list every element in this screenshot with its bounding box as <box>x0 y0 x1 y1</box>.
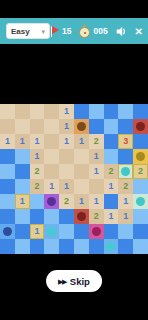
ball-gold-icon <box>136 152 145 161</box>
cell-r1c6[interactable] <box>89 119 104 134</box>
cell-r1c0[interactable] <box>0 119 15 134</box>
cell-r7c5[interactable] <box>74 209 89 224</box>
ball-cyanblue-icon <box>47 227 56 236</box>
cell-r6c1[interactable]: 1 <box>15 194 30 209</box>
timer-counter: 005 <box>71 25 107 37</box>
cell-r8c0[interactable] <box>0 224 15 239</box>
cell-r2c4[interactable]: 1 <box>59 134 74 149</box>
stopwatch-icon <box>79 25 90 37</box>
cell-r4c8[interactable] <box>118 164 133 179</box>
cell-r6c9[interactable] <box>133 194 148 209</box>
cell-r2c7[interactable] <box>104 134 119 149</box>
number-1: 1 <box>94 167 99 176</box>
cell-r5c8[interactable]: 2 <box>118 179 133 194</box>
cell-r2c1[interactable]: 1 <box>15 134 30 149</box>
cell-r4c2[interactable]: 2 <box>30 164 45 179</box>
cell-r9c7[interactable] <box>104 239 119 254</box>
cell-r2c5[interactable]: 1 <box>74 134 89 149</box>
cell-r3c4[interactable] <box>59 149 74 164</box>
ball-navy-icon <box>3 227 12 236</box>
cell-r6c2[interactable] <box>30 194 45 209</box>
cell-r1c4[interactable]: 1 <box>59 119 74 134</box>
cell-r1c3[interactable] <box>44 119 59 134</box>
cell-r0c4[interactable]: 1 <box>59 104 74 119</box>
cell-r7c8[interactable]: 1 <box>118 209 133 224</box>
cell-r7c2[interactable] <box>30 209 45 224</box>
cell-r4c3[interactable] <box>44 164 59 179</box>
cell-r3c1[interactable] <box>15 149 30 164</box>
cell-r6c4[interactable]: 2 <box>59 194 74 209</box>
cell-r3c9[interactable] <box>133 149 148 164</box>
skip-button[interactable]: ▶▶ Skip <box>46 270 102 292</box>
cell-r4c5[interactable] <box>74 164 89 179</box>
cell-r5c1[interactable] <box>15 179 30 194</box>
number-2: 2 <box>94 212 99 221</box>
number-1: 1 <box>64 107 69 116</box>
cell-r9c4[interactable] <box>59 239 74 254</box>
cell-r0c7[interactable] <box>104 104 119 119</box>
cell-r1c5[interactable] <box>74 119 89 134</box>
number-1: 1 <box>64 122 69 131</box>
cell-r3c6[interactable]: 1 <box>89 149 104 164</box>
number-1: 1 <box>49 182 54 191</box>
ball-mint-icon <box>136 197 145 206</box>
cell-r6c0[interactable] <box>0 194 15 209</box>
cell-r9c5[interactable] <box>74 239 89 254</box>
cell-r7c9[interactable] <box>133 209 148 224</box>
chevron-down-icon: ▾ <box>41 28 45 35</box>
cell-r1c2[interactable] <box>30 119 45 134</box>
number-1: 1 <box>108 212 113 221</box>
cell-r3c7[interactable] <box>104 149 119 164</box>
cell-r5c4[interactable]: 1 <box>59 179 74 194</box>
difficulty-dropdown[interactable]: Easy ▾ <box>6 23 50 39</box>
cell-r1c9[interactable] <box>133 119 148 134</box>
number-1: 1 <box>94 197 99 206</box>
cell-r3c3[interactable] <box>44 149 59 164</box>
cell-r0c8[interactable] <box>118 104 133 119</box>
number-3: 3 <box>123 137 128 146</box>
number-1: 1 <box>123 197 128 206</box>
ball-magenta-icon <box>92 227 101 236</box>
cell-r9c6[interactable] <box>89 239 104 254</box>
cell-r9c9[interactable] <box>133 239 148 254</box>
cell-r1c7[interactable] <box>104 119 119 134</box>
cell-r0c5[interactable] <box>74 104 89 119</box>
cell-r6c3[interactable] <box>44 194 59 209</box>
number-2: 2 <box>138 167 143 176</box>
number-1: 1 <box>79 137 84 146</box>
cell-r5c9[interactable] <box>133 179 148 194</box>
cell-r9c0[interactable] <box>0 239 15 254</box>
cell-r2c2[interactable]: 1 <box>30 134 45 149</box>
flags-remaining: 15 <box>62 26 71 36</box>
cell-r8c1[interactable] <box>15 224 30 239</box>
number-1: 1 <box>123 212 128 221</box>
cell-r8c2[interactable]: 1 <box>30 224 45 239</box>
cell-r4c4[interactable] <box>59 164 74 179</box>
number-2: 2 <box>34 167 39 176</box>
cell-r8c8[interactable] <box>118 224 133 239</box>
cell-r0c6[interactable] <box>89 104 104 119</box>
ball-mint-icon <box>121 167 130 176</box>
close-icon[interactable]: ✕ <box>135 26 143 37</box>
cell-r4c0[interactable] <box>0 164 15 179</box>
flag-counter: 15 <box>50 26 71 37</box>
cell-r3c8[interactable] <box>118 149 133 164</box>
number-2: 2 <box>123 182 128 191</box>
sound-icon[interactable] <box>116 26 127 37</box>
cell-r4c6[interactable]: 1 <box>89 164 104 179</box>
cell-r5c7[interactable]: 1 <box>104 179 119 194</box>
cell-r6c8[interactable]: 1 <box>118 194 133 209</box>
cell-r1c8[interactable] <box>118 119 133 134</box>
ball-red-icon <box>77 212 86 221</box>
cell-r2c8[interactable]: 3 <box>118 134 133 149</box>
number-1: 1 <box>79 197 84 206</box>
cell-r0c9[interactable] <box>133 104 148 119</box>
number-1: 1 <box>34 152 39 161</box>
number-1: 1 <box>64 182 69 191</box>
ball-red-icon <box>136 122 145 131</box>
ball-cyanblue-icon <box>106 242 115 251</box>
number-1: 1 <box>5 137 10 146</box>
cell-r4c9[interactable]: 2 <box>133 164 148 179</box>
cell-r6c7[interactable] <box>104 194 119 209</box>
minesweeper-board: 11111112311212221112121112111 <box>0 104 148 254</box>
number-2: 2 <box>64 197 69 206</box>
cell-r8c9[interactable] <box>133 224 148 239</box>
number-1: 1 <box>94 152 99 161</box>
cell-r3c2[interactable]: 1 <box>30 149 45 164</box>
cell-r8c7[interactable] <box>104 224 119 239</box>
cell-r8c4[interactable] <box>59 224 74 239</box>
cell-r0c2[interactable] <box>30 104 45 119</box>
cell-r9c3[interactable] <box>44 239 59 254</box>
cell-r0c1[interactable] <box>15 104 30 119</box>
number-1: 1 <box>34 227 39 236</box>
ball-brown-icon <box>77 122 86 131</box>
cell-r5c2[interactable]: 2 <box>30 179 45 194</box>
cell-r5c5[interactable] <box>74 179 89 194</box>
cell-r4c7[interactable]: 2 <box>104 164 119 179</box>
cell-r3c5[interactable] <box>74 149 89 164</box>
number-2: 2 <box>34 182 39 191</box>
game-screen: Easy ▾ 15 005 ✕ 111111123112122211121211… <box>0 0 148 320</box>
cell-r1c1[interactable] <box>15 119 30 134</box>
cell-r9c2[interactable] <box>30 239 45 254</box>
number-1: 1 <box>64 137 69 146</box>
number-1: 1 <box>34 137 39 146</box>
fast-forward-icon: ▶▶ <box>58 278 66 285</box>
number-2: 2 <box>108 167 113 176</box>
cell-r7c0[interactable] <box>0 209 15 224</box>
cell-r2c9[interactable] <box>133 134 148 149</box>
number-1: 1 <box>20 137 25 146</box>
cell-r6c6[interactable]: 1 <box>89 194 104 209</box>
cell-r5c6[interactable] <box>89 179 104 194</box>
cell-r2c3[interactable] <box>44 134 59 149</box>
cell-r7c1[interactable] <box>15 209 30 224</box>
cell-r5c0[interactable] <box>0 179 15 194</box>
cell-r8c6[interactable] <box>89 224 104 239</box>
cell-r2c0[interactable]: 1 <box>0 134 15 149</box>
cell-r0c0[interactable] <box>0 104 15 119</box>
cell-r2c6[interactable]: 2 <box>89 134 104 149</box>
number-1: 1 <box>108 182 113 191</box>
cell-r5c3[interactable]: 1 <box>44 179 59 194</box>
cell-r7c6[interactable]: 2 <box>89 209 104 224</box>
timer-value: 005 <box>93 26 107 36</box>
cell-r8c3[interactable] <box>44 224 59 239</box>
flag-icon <box>50 26 59 37</box>
top-bar: Easy ▾ 15 005 ✕ <box>0 18 148 44</box>
cell-r7c4[interactable] <box>59 209 74 224</box>
status-bar <box>0 0 148 18</box>
skip-label: Skip <box>70 276 90 287</box>
difficulty-label: Easy <box>11 27 30 36</box>
cell-r9c1[interactable] <box>15 239 30 254</box>
cell-r7c7[interactable]: 1 <box>104 209 119 224</box>
number-2: 2 <box>94 137 99 146</box>
cell-r4c1[interactable] <box>15 164 30 179</box>
cell-r3c0[interactable] <box>0 149 15 164</box>
cell-r0c3[interactable] <box>44 104 59 119</box>
ball-purple-icon <box>47 197 56 206</box>
cell-r9c8[interactable] <box>118 239 133 254</box>
number-1: 1 <box>20 197 25 206</box>
cell-r8c5[interactable] <box>74 224 89 239</box>
cell-r6c5[interactable]: 1 <box>74 194 89 209</box>
cell-r7c3[interactable] <box>44 209 59 224</box>
